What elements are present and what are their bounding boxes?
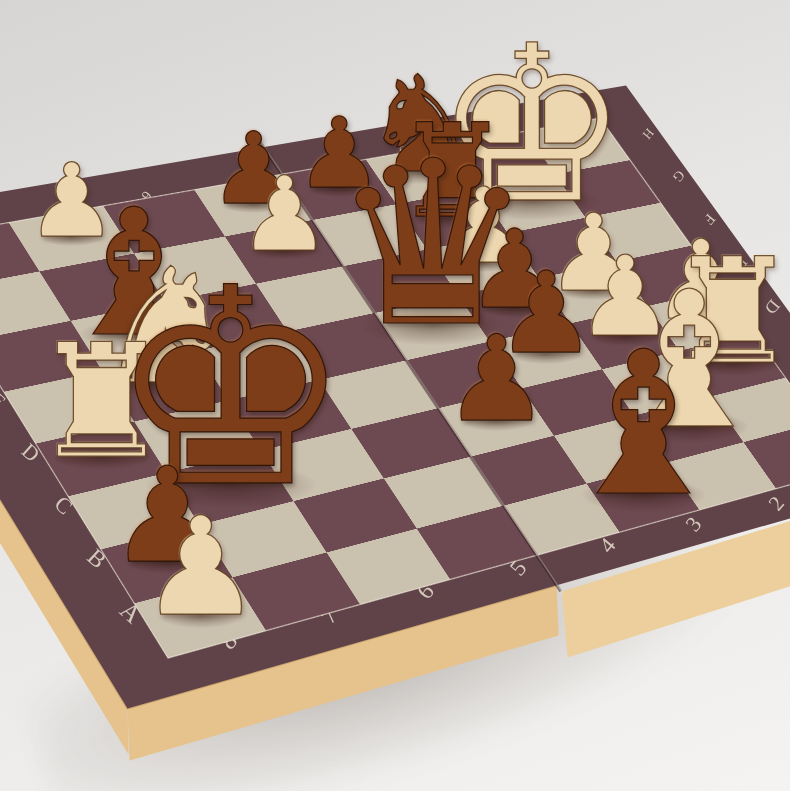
pawn-glyph: ♟ bbox=[140, 503, 262, 632]
photo-stage: ABCDEFGH8765432187654321ABCDEFGH ♞♟♚♟♜♟♟… bbox=[0, 0, 790, 791]
bishop-glyph: ♝ bbox=[555, 331, 733, 519]
pawn-glyph: ♟ bbox=[443, 323, 549, 436]
